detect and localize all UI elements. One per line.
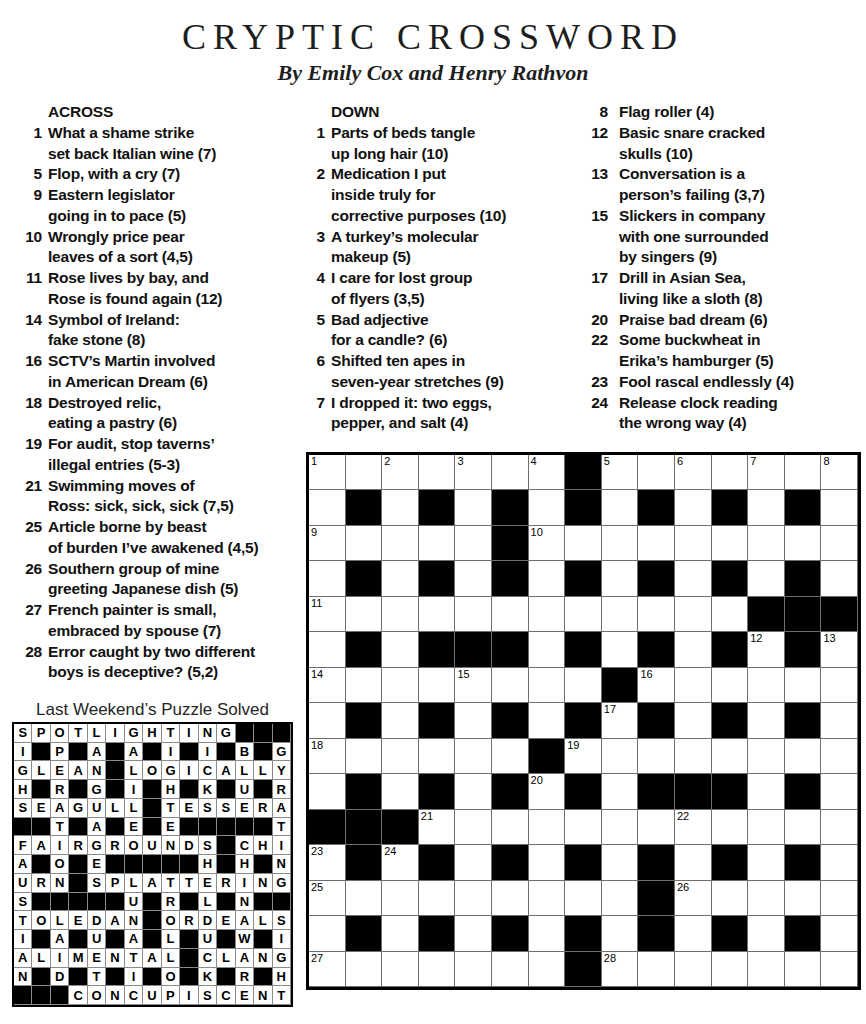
clue-number: 24 [580, 393, 608, 414]
clue-number: 28 [14, 642, 42, 663]
clue-number: 27 [14, 600, 42, 621]
grid-cell-r7c1[interactable]: 14 [309, 668, 346, 703]
solved-block-r6c13 [236, 818, 254, 837]
clue-number: 19 [14, 434, 42, 455]
grid-cell-r14c7[interactable] [529, 916, 566, 951]
grid-cell-r3c3[interactable] [382, 526, 419, 561]
solved-letter-r1c5: L [88, 724, 106, 743]
solved-letter-r15c15: T [273, 986, 291, 1005]
solved-block-r10c2 [32, 893, 50, 912]
grid-cell-r12c9[interactable] [602, 845, 639, 880]
clue-text: Southern group of mine greeting Japanese… [48, 559, 238, 601]
grid-cell-r9c3[interactable] [382, 739, 419, 774]
across-clue-26: 26Southern group of mine greeting Japane… [14, 559, 302, 601]
cell-number-label: 19 [567, 739, 579, 752]
grid-cell-r9c5[interactable] [455, 739, 492, 774]
clue-text: Swimming moves of Ross: sick, sick, sick… [48, 476, 234, 518]
grid-cell-r9c6[interactable] [492, 739, 529, 774]
grid-cell-r13c3[interactable] [382, 881, 419, 916]
grid-cell-r12c15[interactable] [821, 845, 858, 880]
grid-cell-r6c1[interactable] [309, 632, 346, 667]
solved-letter-r5c5: U [88, 799, 106, 818]
solved-letter-r2c13: B [236, 743, 254, 762]
grid-cell-r11c11[interactable]: 22 [675, 810, 712, 845]
grid-cell-r7c13[interactable] [748, 668, 785, 703]
grid-cell-r8c7[interactable] [529, 703, 566, 738]
cell-number-label: 8 [823, 455, 829, 468]
grid-cell-r10c5[interactable] [455, 774, 492, 809]
solved-letter-r3c7: L [125, 761, 143, 780]
grid-cell-r15c6[interactable] [492, 952, 529, 987]
grid-cell-r15c13[interactable] [748, 952, 785, 987]
grid-cell-r9c8[interactable]: 19 [565, 739, 602, 774]
grid-cell-r1c11[interactable]: 6 [675, 455, 712, 490]
clue-text: Slickers in company with one surrounded … [619, 206, 768, 268]
across-clue-27: 27French painter is small, embraced by s… [14, 600, 302, 642]
grid-cell-r3c15[interactable] [821, 526, 858, 561]
grid-cell-r11c8[interactable] [565, 810, 602, 845]
grid-cell-r8c3[interactable] [382, 703, 419, 738]
block-cell-r15c8 [565, 952, 602, 987]
grid-cell-r11c13[interactable] [748, 810, 785, 845]
grid-cell-r14c13[interactable] [748, 916, 785, 951]
grid-cell-r6c13[interactable]: 12 [748, 632, 785, 667]
grid-cell-r4c3[interactable] [382, 561, 419, 596]
grid-cell-r15c2[interactable] [346, 952, 383, 987]
grid-cell-r1c9[interactable]: 5 [602, 455, 639, 490]
solved-block-r6c6 [106, 818, 124, 837]
grid-cell-r5c2[interactable] [346, 597, 383, 632]
down-clue-6: 6Shifted ten apes in seven-year stretche… [299, 351, 575, 393]
grid-cell-r15c7[interactable] [529, 952, 566, 987]
across-clue-28: 28Error caught by two different boys is … [14, 642, 302, 684]
solved-letter-r15c12: C [217, 986, 235, 1005]
solved-block-r8c7 [125, 855, 143, 874]
solved-block-r2c14 [254, 743, 272, 762]
grid-cell-r13c13[interactable] [748, 881, 785, 916]
grid-cell-r6c7[interactable] [529, 632, 566, 667]
solved-block-r4c14 [254, 780, 272, 799]
grid-cell-r1c5[interactable]: 3 [455, 455, 492, 490]
down-clue-list-2: 8Flag roller (4)12Basic snare cracked sk… [580, 102, 864, 434]
down-clue-23: 23Fool rascal endlessly (4) [580, 372, 864, 393]
clue-number: 17 [580, 268, 608, 289]
down-clue-3: 3A turkey’s molecular makeup (5) [299, 227, 575, 269]
block-cell-r6c14 [785, 632, 822, 667]
solved-block-r9c4 [69, 874, 87, 893]
grid-cell-r11c9[interactable] [602, 810, 639, 845]
grid-cell-r5c8[interactable] [565, 597, 602, 632]
grid-cell-r10c7[interactable]: 20 [529, 774, 566, 809]
solved-letter-r8c11: H [199, 855, 217, 874]
solved-block-r13c10 [180, 949, 198, 968]
grid-cell-r2c13[interactable] [748, 490, 785, 525]
grid-cell-r12c7[interactable] [529, 845, 566, 880]
solved-letter-r14c15: H [273, 968, 291, 987]
solved-letter-r13c4: M [69, 949, 87, 968]
grid-cell-r11c5[interactable] [455, 810, 492, 845]
solved-block-r4c6 [106, 780, 124, 799]
grid-cell-r13c15[interactable] [821, 881, 858, 916]
cell-number-label: 27 [311, 952, 323, 965]
clue-text: Eastern legislator going in to pace (5) [48, 185, 186, 227]
grid-cell-r3c4[interactable] [419, 526, 456, 561]
grid-cell-r9c15[interactable] [821, 739, 858, 774]
grid-cell-r5c12[interactable] [712, 597, 749, 632]
grid-cell-r2c1[interactable] [309, 490, 346, 525]
block-cell-r10c12 [712, 774, 749, 809]
solved-letter-r11c10: R [180, 911, 198, 930]
solved-letter-r15c11: S [199, 986, 217, 1005]
grid-cell-r5c10[interactable] [638, 597, 675, 632]
grid-cell-r3c7[interactable]: 10 [529, 526, 566, 561]
grid-cell-r14c5[interactable] [455, 916, 492, 951]
grid-cell-r13c5[interactable] [455, 881, 492, 916]
solved-letter-r2c1: I [14, 743, 32, 762]
solved-block-r15c2 [32, 986, 50, 1005]
grid-cell-r4c7[interactable] [529, 561, 566, 596]
cell-number-label: 2 [384, 455, 390, 468]
grid-cell-r13c7[interactable] [529, 881, 566, 916]
solved-letter-r11c15: S [273, 911, 291, 930]
grid-cell-r5c9[interactable] [602, 597, 639, 632]
grid-cell-r9c14[interactable] [785, 739, 822, 774]
grid-cell-r3c10[interactable] [638, 526, 675, 561]
grid-cell-r4c1[interactable] [309, 561, 346, 596]
grid-cell-r11c15[interactable] [821, 810, 858, 845]
grid-cell-r2c11[interactable] [675, 490, 712, 525]
block-cell-r12c14 [785, 845, 822, 880]
grid-cell-r13c14[interactable] [785, 881, 822, 916]
solved-letter-r5c10: E [180, 799, 198, 818]
block-cell-r8c10 [638, 703, 675, 738]
grid-cell-r14c1[interactable] [309, 916, 346, 951]
grid-cell-r1c10[interactable] [638, 455, 675, 490]
block-cell-r11c2 [346, 810, 383, 845]
grid-cell-r1c15[interactable]: 8 [821, 455, 858, 490]
clue-text: Basic snare cracked skulls (10) [619, 123, 765, 165]
clue-number: 5 [14, 164, 42, 185]
clue-number: 8 [580, 102, 608, 123]
grid-cell-r13c11[interactable]: 26 [675, 881, 712, 916]
solved-letter-r3c2: L [32, 761, 50, 780]
grid-cell-r11c10[interactable] [638, 810, 675, 845]
grid-cell-r7c14[interactable] [785, 668, 822, 703]
solved-letter-r3c10: I [180, 761, 198, 780]
grid-cell-r9c11[interactable] [675, 739, 712, 774]
grid-cell-r3c9[interactable] [602, 526, 639, 561]
grid-cell-r10c13[interactable] [748, 774, 785, 809]
clue-text: I care for lost group of flyers (3,5) [331, 268, 472, 310]
grid-cell-r1c6[interactable] [492, 455, 529, 490]
grid-cell-r1c14[interactable] [785, 455, 822, 490]
grid-cell-r10c15[interactable] [821, 774, 858, 809]
grid-cell-r9c1[interactable]: 18 [309, 739, 346, 774]
grid-cell-r3c5[interactable] [455, 526, 492, 561]
across-clue-21: 21Swimming moves of Ross: sick, sick, si… [14, 476, 302, 518]
grid-cell-r5c3[interactable] [382, 597, 419, 632]
grid-cell-r15c9[interactable]: 28 [602, 952, 639, 987]
grid-cell-r9c12[interactable] [712, 739, 749, 774]
grid-cell-r15c5[interactable] [455, 952, 492, 987]
grid-cell-r1c1[interactable]: 1 [309, 455, 346, 490]
solved-letter-r4c9: H [162, 780, 180, 799]
grid-cell-r12c13[interactable] [748, 845, 785, 880]
solved-letter-r11c13: A [236, 911, 254, 930]
grid-cell-r6c9[interactable] [602, 632, 639, 667]
grid-cell-r15c4[interactable] [419, 952, 456, 987]
grid-cell-r2c9[interactable] [602, 490, 639, 525]
grid-cell-r7c10[interactable]: 16 [638, 668, 675, 703]
grid-cell-r12c1[interactable]: 23 [309, 845, 346, 880]
grid-cell-r3c12[interactable] [712, 526, 749, 561]
block-cell-r4c6 [492, 561, 529, 596]
grid-cell-r2c7[interactable] [529, 490, 566, 525]
grid-cell-r7c15[interactable] [821, 668, 858, 703]
clue-number: 18 [14, 393, 42, 414]
grid-cell-r8c1[interactable] [309, 703, 346, 738]
grid-cell-r6c15[interactable]: 13 [821, 632, 858, 667]
solved-letter-r5c9: T [162, 799, 180, 818]
across-clue-16: 16SCTV’s Martin involved in American Dre… [14, 351, 302, 393]
solved-letter-r4c3: R [51, 780, 69, 799]
grid-cell-r10c3[interactable] [382, 774, 419, 809]
block-cell-r5c15 [821, 597, 858, 632]
grid-cell-r15c1[interactable]: 27 [309, 952, 346, 987]
solved-letter-r7c4: R [69, 836, 87, 855]
cell-number-label: 17 [604, 703, 616, 716]
grid-cell-r4c5[interactable] [455, 561, 492, 596]
solved-block-r2c12 [217, 743, 235, 762]
across-header: ACROSS [48, 102, 302, 123]
grid-cell-r13c8[interactable] [565, 881, 602, 916]
solved-letter-r9c6: P [106, 874, 124, 893]
grid-cell-r14c9[interactable] [602, 916, 639, 951]
grid-cell-r5c1[interactable]: 11 [309, 597, 346, 632]
solved-block-r12c8 [143, 930, 161, 949]
grid-cell-r5c6[interactable] [492, 597, 529, 632]
solved-letter-r1c10: I [180, 724, 198, 743]
grid-cell-r15c11[interactable] [675, 952, 712, 987]
grid-cell-r15c14[interactable] [785, 952, 822, 987]
grid-cell-r1c13[interactable]: 7 [748, 455, 785, 490]
block-cell-r2c6 [492, 490, 529, 525]
grid-cell-r15c3[interactable] [382, 952, 419, 987]
grid-cell-r5c7[interactable] [529, 597, 566, 632]
grid-cell-r9c13[interactable] [748, 739, 785, 774]
grid-cell-r4c11[interactable] [675, 561, 712, 596]
solved-letter-r3c9: G [162, 761, 180, 780]
across-clues-column: ACROSS 1What a shame strike set back Ita… [14, 102, 302, 683]
clue-text: Flag roller (4) [619, 102, 714, 123]
grid-cell-r13c6[interactable] [492, 881, 529, 916]
grid-cell-r7c8[interactable] [565, 668, 602, 703]
grid-cell-r14c15[interactable] [821, 916, 858, 951]
grid-cell-r9c2[interactable] [346, 739, 383, 774]
solved-block-r2c10 [180, 743, 198, 762]
grid-cell-r3c8[interactable] [565, 526, 602, 561]
clue-text: For audit, stop taverns’ illegal entries… [48, 434, 215, 476]
grid-cell-r7c5[interactable]: 15 [455, 668, 492, 703]
grid-cell-r11c4[interactable]: 21 [419, 810, 456, 845]
grid-cell-r1c2[interactable] [346, 455, 383, 490]
solved-letter-r3c11: C [199, 761, 217, 780]
grid-cell-r4c9[interactable] [602, 561, 639, 596]
grid-cell-r8c9[interactable]: 17 [602, 703, 639, 738]
grid-cell-r10c1[interactable] [309, 774, 346, 809]
cell-number-label: 18 [311, 739, 323, 752]
block-cell-r12c4 [419, 845, 456, 880]
grid-cell-r9c9[interactable] [602, 739, 639, 774]
grid-cell-r7c3[interactable] [382, 668, 419, 703]
grid-cell-r15c15[interactable] [821, 952, 858, 987]
grid-cell-r3c13[interactable] [748, 526, 785, 561]
grid-cell-r11c6[interactable] [492, 810, 529, 845]
grid-cell-r3c1[interactable]: 9 [309, 526, 346, 561]
solved-letter-r12c1: I [14, 930, 32, 949]
grid-cell-r1c3[interactable]: 2 [382, 455, 419, 490]
block-cell-r4c14 [785, 561, 822, 596]
clue-text: Error caught by two different boys is de… [48, 642, 255, 684]
solved-letter-r1c12: G [217, 724, 235, 743]
grid-cell-r11c14[interactable] [785, 810, 822, 845]
solved-letter-r7c2: A [32, 836, 50, 855]
solved-letter-r13c7: T [125, 949, 143, 968]
block-cell-r14c12 [712, 916, 749, 951]
solved-letter-r14c13: R [236, 968, 254, 987]
solved-letter-r7c14: H [254, 836, 272, 855]
clue-text: Article borne by beast of burden I’ve aw… [48, 517, 258, 559]
clue-number: 3 [299, 227, 325, 248]
grid-cell-r5c11[interactable] [675, 597, 712, 632]
cell-number-label: 25 [311, 881, 323, 894]
grid-cell-r12c5[interactable] [455, 845, 492, 880]
solved-block-r15c1 [14, 986, 32, 1005]
grid-cell-r3c14[interactable] [785, 526, 822, 561]
grid-cell-r5c5[interactable] [455, 597, 492, 632]
grid-cell-r2c15[interactable] [821, 490, 858, 525]
solved-letter-r13c13: A [236, 949, 254, 968]
solved-letter-r7c9: N [162, 836, 180, 855]
grid-cell-r6c3[interactable] [382, 632, 419, 667]
grid-cell-r8c15[interactable] [821, 703, 858, 738]
block-cell-r13c10 [638, 881, 675, 916]
grid-cell-r15c10[interactable] [638, 952, 675, 987]
grid-cell-r12c3[interactable]: 24 [382, 845, 419, 880]
clue-text: Release clock reading the wrong way (4) [619, 393, 778, 435]
grid-cell-r10c9[interactable] [602, 774, 639, 809]
grid-cell-r8c13[interactable] [748, 703, 785, 738]
grid-cell-r2c3[interactable] [382, 490, 419, 525]
solved-block-r8c8 [143, 855, 161, 874]
solved-letter-r13c5: E [88, 949, 106, 968]
clue-number: 22 [580, 330, 608, 351]
grid-cell-r12c11[interactable] [675, 845, 712, 880]
grid-cell-r11c12[interactable] [712, 810, 749, 845]
grid-cell-r15c12[interactable] [712, 952, 749, 987]
grid-cell-r4c15[interactable] [821, 561, 858, 596]
block-cell-r12c6 [492, 845, 529, 880]
solved-block-r12c4 [69, 930, 87, 949]
grid-cell-r9c4[interactable] [419, 739, 456, 774]
grid-cell-r6c11[interactable] [675, 632, 712, 667]
grid-cell-r3c11[interactable] [675, 526, 712, 561]
clue-text: Fool rascal endlessly (4) [619, 372, 794, 393]
block-cell-r14c8 [565, 916, 602, 951]
block-cell-r8c14 [785, 703, 822, 738]
solved-letter-r10c13: N [236, 893, 254, 912]
solved-letter-r13c12: L [217, 949, 235, 968]
solved-letter-r12c7: A [125, 930, 143, 949]
cell-number-label: 20 [531, 774, 543, 787]
down-clue-12: 12Basic snare cracked skulls (10) [580, 123, 864, 165]
grid-cell-r14c11[interactable] [675, 916, 712, 951]
grid-cell-r13c4[interactable] [419, 881, 456, 916]
solved-block-r10c3 [51, 893, 69, 912]
solved-letter-r5c12: S [217, 799, 235, 818]
solved-letter-r3c15: Y [273, 761, 291, 780]
block-cell-r8c6 [492, 703, 529, 738]
grid-cell-r13c1[interactable]: 25 [309, 881, 346, 916]
grid-cell-r3c2[interactable] [346, 526, 383, 561]
grid-cell-r9c10[interactable] [638, 739, 675, 774]
grid-cell-r4c13[interactable] [748, 561, 785, 596]
grid-cell-r2c5[interactable] [455, 490, 492, 525]
grid-cell-r1c7[interactable]: 4 [529, 455, 566, 490]
grid-cell-r7c2[interactable] [346, 668, 383, 703]
clue-text: What a shame strike set back Italian win… [48, 123, 216, 165]
grid-cell-r14c3[interactable] [382, 916, 419, 951]
cell-number-label: 6 [677, 455, 683, 468]
solved-letter-r11c4: E [69, 911, 87, 930]
grid-cell-r7c11[interactable] [675, 668, 712, 703]
grid-cell-r13c9[interactable] [602, 881, 639, 916]
solved-letter-r7c13: C [236, 836, 254, 855]
solved-letter-r7c3: I [51, 836, 69, 855]
grid-cell-r13c12[interactable] [712, 881, 749, 916]
grid-cell-r5c4[interactable] [419, 597, 456, 632]
grid-cell-r7c6[interactable] [492, 668, 529, 703]
clue-number: 26 [14, 559, 42, 580]
cell-number-label: 15 [457, 668, 469, 681]
across-clue-11: 11Rose lives by bay, and Rose is found a… [14, 268, 302, 310]
solved-letter-r8c13: H [236, 855, 254, 874]
grid-cell-r7c12[interactable] [712, 668, 749, 703]
grid-cell-r1c4[interactable] [419, 455, 456, 490]
grid-cell-r7c4[interactable] [419, 668, 456, 703]
solved-letter-r14c7: I [125, 968, 143, 987]
solved-letter-r5c2: E [32, 799, 50, 818]
solved-block-r6c14 [254, 818, 272, 837]
grid-cell-r8c5[interactable] [455, 703, 492, 738]
solved-block-r8c12 [217, 855, 235, 874]
solved-block-r11c8 [143, 911, 161, 930]
solved-letter-r9c14: N [254, 874, 272, 893]
solved-letter-r10c9: R [162, 893, 180, 912]
grid-cell-r1c12[interactable] [712, 455, 749, 490]
solved-letter-r5c7: L [125, 799, 143, 818]
block-cell-r2c4 [419, 490, 456, 525]
solved-block-r8c4 [69, 855, 87, 874]
grid-cell-r7c7[interactable] [529, 668, 566, 703]
grid-cell-r13c2[interactable] [346, 881, 383, 916]
grid-cell-r11c7[interactable] [529, 810, 566, 845]
solved-puzzle-heading: Last Weekend’s Puzzle Solved [12, 700, 293, 720]
solved-letter-r9c13: I [236, 874, 254, 893]
solved-block-r2c8 [143, 743, 161, 762]
block-cell-r7c9 [602, 668, 639, 703]
grid-cell-r8c11[interactable] [675, 703, 712, 738]
